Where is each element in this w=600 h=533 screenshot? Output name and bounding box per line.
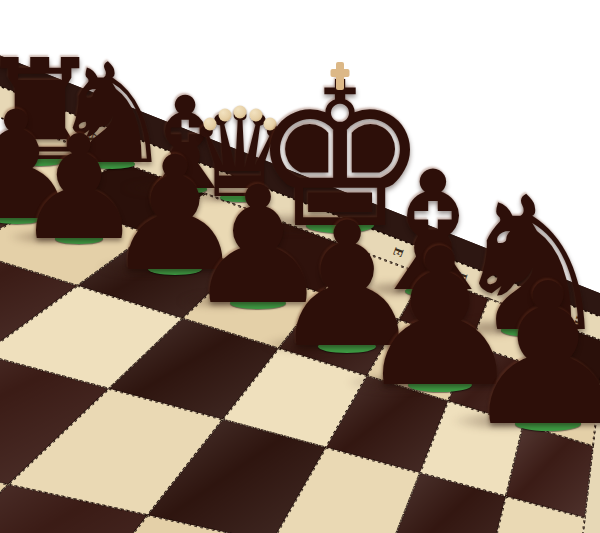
chess-photo-scene: ABCDEFGH87654321 ♜♞♝♛♟♚♟♟♝♟♞♟♟♟	[0, 0, 600, 533]
chess-board: ABCDEFGH87654321	[0, 0, 600, 533]
